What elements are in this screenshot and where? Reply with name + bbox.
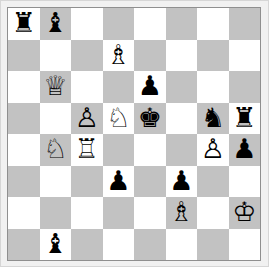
square-c8[interactable] <box>71 8 103 40</box>
black-king-piece: ♚ <box>138 103 162 134</box>
white-rook-piece: ♖ <box>75 134 99 165</box>
white-pawn-piece: ♙ <box>75 103 99 134</box>
square-a1[interactable] <box>8 229 40 261</box>
square-g2[interactable] <box>197 197 229 229</box>
square-d3[interactable]: ♟ <box>103 166 135 198</box>
square-b3[interactable] <box>40 166 72 198</box>
square-d6[interactable] <box>103 71 135 103</box>
square-c5[interactable]: ♙ <box>71 103 103 135</box>
square-a3[interactable] <box>8 166 40 198</box>
black-pawn-piece: ♟ <box>169 166 193 197</box>
black-knight-piece: ♞ <box>201 103 225 134</box>
black-rook-piece: ♜ <box>12 8 36 39</box>
square-f1[interactable] <box>166 229 198 261</box>
square-h1[interactable] <box>229 229 261 261</box>
square-f7[interactable] <box>166 40 198 72</box>
square-b6[interactable]: ♕ <box>40 71 72 103</box>
black-bishop-piece: ♝ <box>43 8 67 39</box>
square-c6[interactable] <box>71 71 103 103</box>
square-a6[interactable] <box>8 71 40 103</box>
square-d2[interactable] <box>103 197 135 229</box>
black-bishop-piece: ♝ <box>43 229 67 260</box>
square-a5[interactable] <box>8 103 40 135</box>
square-b7[interactable] <box>40 40 72 72</box>
square-c2[interactable] <box>71 197 103 229</box>
white-king-piece: ♔ <box>232 197 256 228</box>
white-queen-piece: ♕ <box>43 71 67 102</box>
chess-diagram-frame: ♜♝♗♕♟♙♘♚♞♜♘♖♙♟♟♟♗♔♝ <box>0 0 269 267</box>
square-b4[interactable]: ♘ <box>40 134 72 166</box>
square-e5[interactable]: ♚ <box>134 103 166 135</box>
square-e2[interactable] <box>134 197 166 229</box>
square-h3[interactable] <box>229 166 261 198</box>
square-g5[interactable]: ♞ <box>197 103 229 135</box>
square-b2[interactable] <box>40 197 72 229</box>
square-d4[interactable] <box>103 134 135 166</box>
square-e6[interactable]: ♟ <box>134 71 166 103</box>
square-f8[interactable] <box>166 8 198 40</box>
black-rook-piece: ♜ <box>232 103 256 134</box>
black-pawn-piece: ♟ <box>138 71 162 102</box>
white-bishop-piece: ♗ <box>169 197 193 228</box>
white-knight-piece: ♘ <box>43 134 67 165</box>
square-b1[interactable]: ♝ <box>40 229 72 261</box>
square-g4[interactable]: ♙ <box>197 134 229 166</box>
square-e3[interactable] <box>134 166 166 198</box>
black-pawn-piece: ♟ <box>106 166 130 197</box>
square-a8[interactable]: ♜ <box>8 8 40 40</box>
square-a7[interactable] <box>8 40 40 72</box>
square-g8[interactable] <box>197 8 229 40</box>
square-d1[interactable] <box>103 229 135 261</box>
square-f3[interactable]: ♟ <box>166 166 198 198</box>
square-g6[interactable] <box>197 71 229 103</box>
square-g7[interactable] <box>197 40 229 72</box>
white-knight-piece: ♘ <box>106 103 130 134</box>
square-a4[interactable] <box>8 134 40 166</box>
square-f6[interactable] <box>166 71 198 103</box>
white-pawn-piece: ♙ <box>201 134 225 165</box>
square-g3[interactable] <box>197 166 229 198</box>
square-d7[interactable]: ♗ <box>103 40 135 72</box>
square-c1[interactable] <box>71 229 103 261</box>
square-e8[interactable] <box>134 8 166 40</box>
chess-board: ♜♝♗♕♟♙♘♚♞♜♘♖♙♟♟♟♗♔♝ <box>7 7 261 261</box>
square-d5[interactable]: ♘ <box>103 103 135 135</box>
square-b5[interactable] <box>40 103 72 135</box>
square-c7[interactable] <box>71 40 103 72</box>
square-d8[interactable] <box>103 8 135 40</box>
square-f5[interactable] <box>166 103 198 135</box>
square-g1[interactable] <box>197 229 229 261</box>
white-bishop-piece: ♗ <box>106 40 130 71</box>
square-e7[interactable] <box>134 40 166 72</box>
square-e1[interactable] <box>134 229 166 261</box>
square-h6[interactable] <box>229 71 261 103</box>
square-h5[interactable]: ♜ <box>229 103 261 135</box>
square-f4[interactable] <box>166 134 198 166</box>
square-c4[interactable]: ♖ <box>71 134 103 166</box>
square-e4[interactable] <box>134 134 166 166</box>
black-pawn-piece: ♟ <box>232 134 256 165</box>
square-b8[interactable]: ♝ <box>40 8 72 40</box>
square-c3[interactable] <box>71 166 103 198</box>
square-h2[interactable]: ♔ <box>229 197 261 229</box>
square-f2[interactable]: ♗ <box>166 197 198 229</box>
square-h7[interactable] <box>229 40 261 72</box>
square-h8[interactable] <box>229 8 261 40</box>
square-a2[interactable] <box>8 197 40 229</box>
square-h4[interactable]: ♟ <box>229 134 261 166</box>
